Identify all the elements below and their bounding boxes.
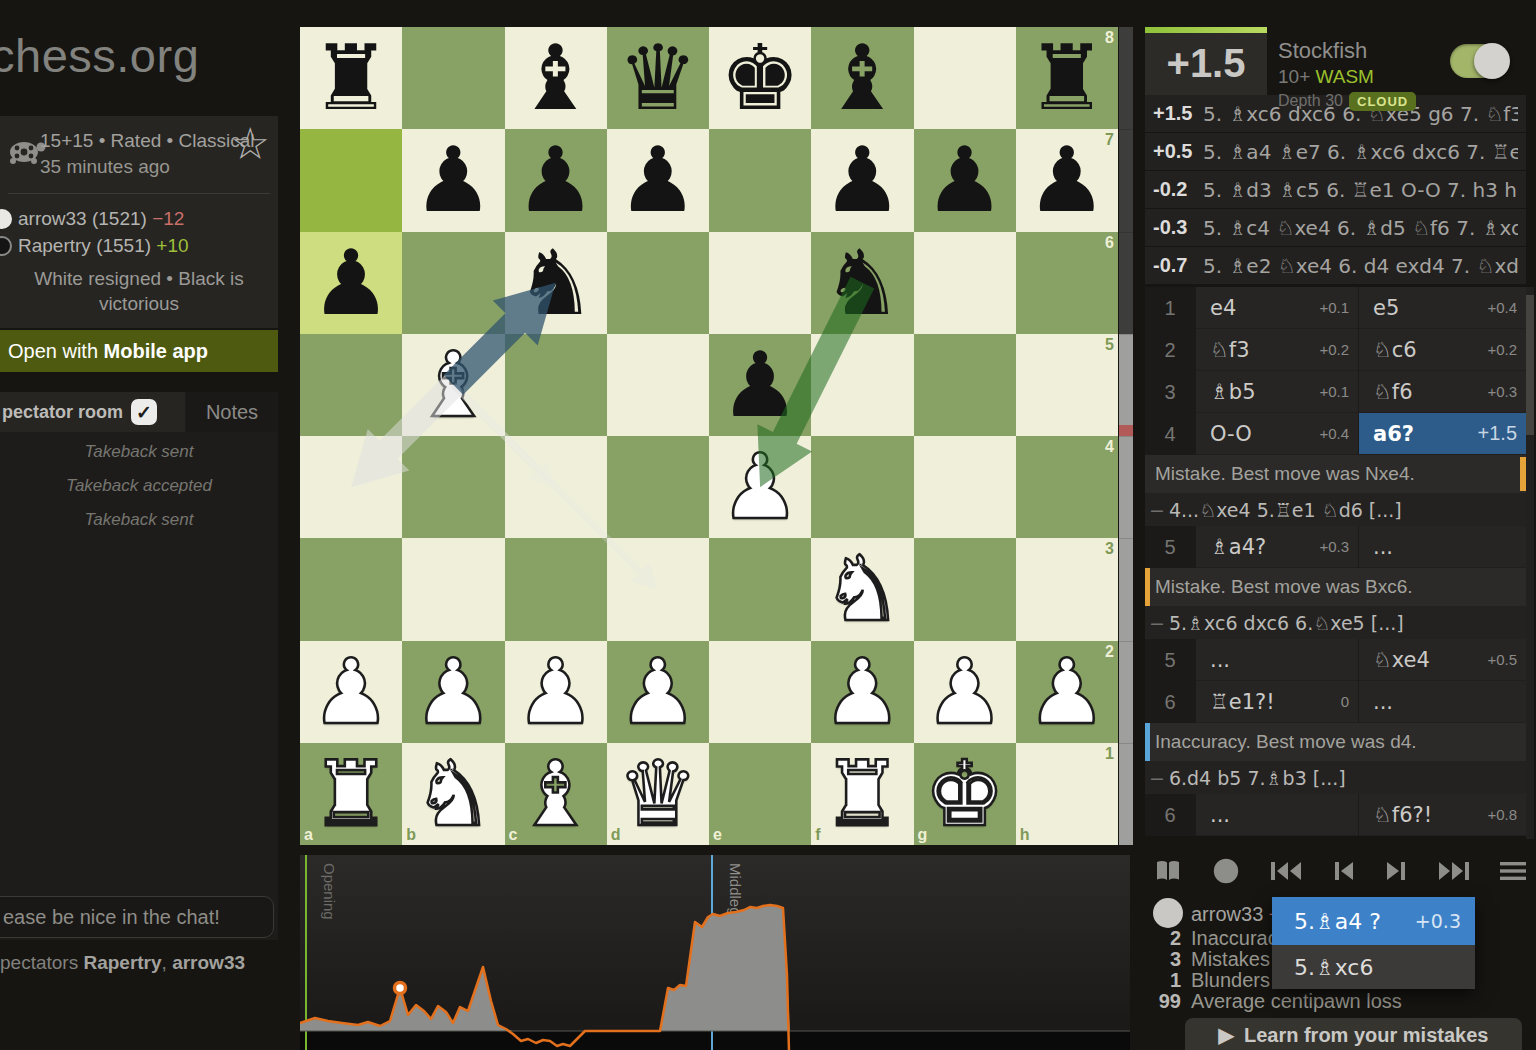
rank-label-8: 8: [1105, 29, 1114, 47]
square-c2[interactable]: ♟: [505, 641, 607, 743]
square-g8[interactable]: [914, 27, 1016, 129]
square-h5[interactable]: 5: [1016, 334, 1118, 436]
square-c5[interactable]: [505, 334, 607, 436]
opening-book-icon[interactable]: [1155, 859, 1181, 883]
rank-label-2: 2: [1105, 643, 1114, 661]
file-label-b: b: [406, 826, 416, 844]
black-pawn-d7[interactable]: ♟: [607, 129, 709, 231]
square-e2[interactable]: [709, 641, 811, 743]
spectators-label: pectators: [0, 952, 83, 973]
white-knight-b1[interactable]: ♞: [402, 743, 504, 845]
scrollbar-thumb[interactable]: [1526, 295, 1534, 435]
square-g3[interactable]: [914, 538, 1016, 640]
square-d4[interactable]: [607, 436, 709, 538]
white-pawn-d2[interactable]: ♟: [607, 641, 709, 743]
best-line-preview[interactable]: −5.♗xc6 dxc6 6.♘xe5 [...]: [1145, 606, 1526, 639]
square-g1[interactable]: ♚g: [914, 743, 1016, 845]
pv-lines: +1.55. ♗xc6 dxc6 6. ♘xe5 g6 7. ♘f3 ♗g...…: [1145, 95, 1526, 285]
square-f4[interactable]: [811, 436, 913, 538]
tab-spectator-room-label: pectator room: [2, 402, 123, 423]
site-logo[interactable]: chess.org: [0, 28, 199, 83]
judgment-comment: Mistake. Best move was Bxc6.: [1145, 568, 1526, 606]
black-rook-a8[interactable]: ♜: [300, 27, 402, 129]
chat-toggle-checkbox-icon[interactable]: ✓: [131, 399, 157, 425]
chess-board[interactable]: ♜♝♛♚♝♜8♟♟♟♟♟♟7♟♞♞6♝♟5♟4♞3♟♟♟♟♟♟♟2♜a♞b♝c♛…: [300, 27, 1118, 845]
square-a7[interactable]: [300, 129, 402, 231]
file-label-d: d: [611, 826, 621, 844]
white-pawn-a2[interactable]: ♟: [300, 641, 402, 743]
file-label-f: f: [815, 826, 820, 844]
white-king-g1[interactable]: ♚: [914, 743, 1016, 845]
move-cell[interactable]: O-O+0.4: [1196, 413, 1358, 455]
square-a6[interactable]: ♟: [300, 232, 402, 334]
tab-spectator-room[interactable]: pectator room ✓: [0, 392, 185, 432]
white-bishop-b5[interactable]: ♝: [402, 334, 504, 436]
white-player-name: arrow33 (1521): [18, 208, 147, 229]
square-h4[interactable]: 4: [1016, 436, 1118, 538]
white-queen-d1[interactable]: ♛: [607, 743, 709, 845]
move-cell[interactable]: ...: [1196, 794, 1358, 836]
previous-move-icon[interactable]: [1333, 859, 1355, 883]
white-knight-f3[interactable]: ♞: [811, 538, 913, 640]
pv-line[interactable]: -0.75. ♗e2 ♘xe4 6. d4 exd4 7. ♘xd4 ♗c...: [1145, 247, 1526, 285]
square-g7[interactable]: ♟: [914, 129, 1016, 231]
chat-input[interactable]: [0, 896, 274, 938]
move-row: 6♖e1?!0...: [1145, 681, 1526, 723]
move-cell[interactable]: ...: [1359, 681, 1526, 723]
square-c1[interactable]: ♝c: [505, 743, 607, 845]
square-h8[interactable]: ♜8: [1016, 27, 1118, 129]
chat-message: Takeback accepted: [0, 476, 278, 496]
move-cell[interactable]: ...: [1196, 639, 1358, 681]
mobile-btn-prefix: Open with: [8, 340, 104, 362]
square-g4[interactable]: [914, 436, 1016, 538]
square-h2[interactable]: ♟2: [1016, 641, 1118, 743]
move-cell[interactable]: e5+0.4: [1359, 287, 1526, 329]
engine-version-number: 10+: [1278, 66, 1310, 87]
move-cell[interactable]: ♘xe4+0.5: [1359, 639, 1526, 681]
white-rook-a1[interactable]: ♜: [300, 743, 402, 845]
square-d6[interactable]: [607, 232, 709, 334]
move-row: 4O-O+0.4a6?+1.5: [1145, 413, 1526, 455]
game-time-ago: 35 minutes ago: [40, 156, 170, 178]
square-b1[interactable]: ♞b: [402, 743, 504, 845]
black-pawn-e5[interactable]: ♟: [709, 334, 811, 436]
square-b6[interactable]: [402, 232, 504, 334]
square-b2[interactable]: ♟: [402, 641, 504, 743]
black-queen-d8[interactable]: ♛: [607, 27, 709, 129]
square-f8[interactable]: ♝: [811, 27, 913, 129]
chat-message: Takeback sent: [0, 442, 278, 462]
svg-text:Opening: Opening: [321, 863, 338, 920]
square-b7[interactable]: ♟: [402, 129, 504, 231]
game-meta-box: ☆ 15+15 • Rated • Classical 35 minutes a…: [0, 116, 278, 328]
best-line-preview[interactable]: −6.d4 b5 7.♗b3 [...]: [1145, 761, 1526, 794]
black-pawn-g7[interactable]: ♟: [914, 129, 1016, 231]
move-number: 6: [1145, 681, 1195, 723]
square-h1[interactable]: 1h: [1016, 743, 1118, 845]
square-a5[interactable]: [300, 334, 402, 436]
file-label-h: h: [1020, 826, 1030, 844]
white-pawn-h2[interactable]: ♟: [1016, 641, 1118, 743]
advantage-graph[interactable]: OpeningMiddlegame: [300, 855, 1130, 1050]
gauge-tick-line: [1119, 334, 1133, 335]
square-b3[interactable]: [402, 538, 504, 640]
file-label-a: a: [304, 826, 313, 844]
open-mobile-app-button[interactable]: Open with Mobile app: [0, 330, 278, 372]
pv-line[interactable]: -0.35. ♗c4 ♘xe4 6. ♗d5 ♘f6 7. ♗xc6 dx...: [1145, 209, 1526, 247]
mobile-btn-bold: Mobile app: [104, 340, 208, 362]
engine-toggle-knob: [1474, 43, 1510, 79]
black-pawn-f7[interactable]: ♟: [811, 129, 913, 231]
square-f3[interactable]: ♞: [811, 538, 913, 640]
gauge-tick-line: [1119, 743, 1133, 744]
tab-notes[interactable]: Notes: [186, 392, 278, 432]
move-cell[interactable]: ♗a4?+0.3: [1196, 526, 1358, 568]
square-f2[interactable]: ♟: [811, 641, 913, 743]
rank-label-1: 1: [1105, 745, 1114, 763]
analysis-toolbar: [1145, 847, 1536, 895]
eval-gauge: [1119, 27, 1133, 845]
engine-eval-value: +1.5: [1145, 41, 1267, 86]
white-bishop-c1[interactable]: ♝: [505, 743, 607, 845]
white-player-row[interactable]: arrow33 (1521) −12: [0, 208, 278, 230]
best-line-preview[interactable]: −4...♘xe4 5.♖e1 ♘d6 [...]: [1145, 493, 1526, 526]
square-d7[interactable]: ♟: [607, 129, 709, 231]
move-row: 1e4+0.1e5+0.4: [1145, 287, 1526, 329]
practice-target-icon[interactable]: [1212, 857, 1240, 885]
move-cell[interactable]: e4+0.1: [1196, 287, 1358, 329]
gauge-tick-line: [1119, 232, 1133, 233]
white-rating-diff: −12: [152, 208, 184, 229]
judgment-comment: Inaccuracy. Best move was d4.: [1145, 723, 1526, 761]
rank-label-6: 6: [1105, 234, 1114, 252]
square-e6[interactable]: [709, 232, 811, 334]
move-cell[interactable]: ♘f6+0.3: [1359, 371, 1526, 413]
square-f7[interactable]: ♟: [811, 129, 913, 231]
engine-name: Stockfish: [1278, 38, 1367, 64]
engine-toggle[interactable]: [1450, 44, 1508, 78]
acpl-stat-row: 99Average centipawn loss: [1145, 990, 1536, 1013]
black-color-icon: [0, 236, 12, 256]
square-g6[interactable]: [914, 232, 1016, 334]
popup-move-item[interactable]: 5.♗a4 ?+0.3: [1272, 897, 1475, 945]
square-h3[interactable]: 3: [1016, 538, 1118, 640]
black-king-e8[interactable]: ♚: [709, 27, 811, 129]
file-label-e: e: [713, 826, 722, 844]
chat-card: pectator room ✓ Notes Takeback sentTakeb…: [0, 392, 278, 940]
move-number: 3: [1145, 371, 1195, 413]
rank-label-7: 7: [1105, 131, 1114, 149]
square-d3[interactable]: [607, 538, 709, 640]
white-color-icon: [0, 209, 12, 229]
move-cell[interactable]: ♗b5+0.1: [1196, 371, 1358, 413]
square-c7[interactable]: ♟: [505, 129, 607, 231]
square-a4[interactable]: [300, 436, 402, 538]
move-row: 6...♘f6?!+0.8: [1145, 794, 1526, 836]
file-label-g: g: [918, 826, 928, 844]
rank-label-4: 4: [1105, 438, 1114, 456]
square-e5[interactable]: ♟: [709, 334, 811, 436]
square-a3[interactable]: [300, 538, 402, 640]
chat-message: Takeback sent: [0, 510, 278, 530]
move-row: 5...♘xe4+0.5: [1145, 639, 1526, 681]
menu-hamburger-icon[interactable]: [1500, 861, 1526, 881]
eval-gauge-midpoint-tick: [1119, 425, 1133, 436]
learn-btn-label: Learn from your mistakes: [1244, 1024, 1489, 1047]
move-number: 4: [1145, 413, 1195, 455]
white-pawn-g2[interactable]: ♟: [914, 641, 1016, 743]
move-cell[interactable]: ♘f6?!+0.8: [1359, 794, 1526, 836]
square-g5[interactable]: [914, 334, 1016, 436]
move-cell[interactable]: ...: [1359, 526, 1526, 568]
black-knight-c6[interactable]: ♞: [505, 232, 607, 334]
square-d1[interactable]: ♛d: [607, 743, 709, 845]
move-list: 1e4+0.1e5+0.42♘f3+0.2♘c6+0.23♗b5+0.1♘f6+…: [1145, 287, 1526, 836]
black-pawn-h7[interactable]: ♟: [1016, 129, 1118, 231]
black-pawn-b7[interactable]: ♟: [402, 129, 504, 231]
move-cell[interactable]: ♘f3+0.2: [1196, 329, 1358, 371]
square-d2[interactable]: ♟: [607, 641, 709, 743]
square-g2[interactable]: ♟: [914, 641, 1016, 743]
square-d5[interactable]: [607, 334, 709, 436]
black-pawn-a6[interactable]: ♟: [300, 232, 402, 334]
square-b5[interactable]: ♝: [402, 334, 504, 436]
move-choice-popup: 5.♗a4 ?+0.35.♗xc6: [1272, 897, 1475, 989]
rank-label-5: 5: [1105, 336, 1114, 354]
spectators-line: pectators Rapertry, arrow33: [0, 952, 245, 974]
square-h6[interactable]: 6: [1016, 232, 1118, 334]
gauge-tick-line: [1119, 538, 1133, 539]
move-row: 2♘f3+0.2♘c6+0.2: [1145, 329, 1526, 371]
square-c4[interactable]: [505, 436, 607, 538]
black-knight-f6[interactable]: ♞: [811, 232, 913, 334]
move-number: 5: [1145, 526, 1195, 568]
black-rating-diff: +10: [156, 235, 188, 256]
divider: [8, 193, 270, 194]
square-f1[interactable]: ♜f: [811, 743, 913, 845]
rank-label-3: 3: [1105, 540, 1114, 558]
next-move-icon[interactable]: [1385, 859, 1407, 883]
move-cell[interactable]: ♘c6+0.2: [1359, 329, 1526, 371]
jump-to-end-icon[interactable]: [1438, 859, 1470, 883]
game-result-text: White resigned • Black is victorious: [0, 266, 278, 316]
move-number: 6: [1145, 794, 1195, 836]
square-b4[interactable]: [402, 436, 504, 538]
square-c6[interactable]: ♞: [505, 232, 607, 334]
jump-to-start-icon[interactable]: [1270, 859, 1302, 883]
square-h7[interactable]: ♟7: [1016, 129, 1118, 231]
move-cell[interactable]: ♖e1?!0: [1196, 681, 1358, 723]
square-e1[interactable]: e: [709, 743, 811, 845]
move-row: 3♗b5+0.1♘f6+0.3: [1145, 371, 1526, 413]
move-number: 5: [1145, 639, 1195, 681]
popup-move-item[interactable]: 5.♗xc6: [1272, 945, 1475, 989]
pv-line[interactable]: +0.55. ♗a4 ♗e7 6. ♗xc6 dxc6 7. ♖e1 ♗g...: [1145, 133, 1526, 171]
cloud-badge: CLOUD: [1349, 92, 1416, 111]
black-rook-h8[interactable]: ♜: [1016, 27, 1118, 129]
engine-depth: Depth 30: [1278, 92, 1343, 110]
square-e8[interactable]: ♚: [709, 27, 811, 129]
file-label-c: c: [509, 826, 518, 844]
spectator-name[interactable]: arrow33: [172, 952, 245, 973]
pv-line[interactable]: -0.25. ♗d3 ♗c5 6. ♖e1 O-O 7. h3 h6 8. ..…: [1145, 171, 1526, 209]
gauge-tick-line: [1119, 129, 1133, 130]
square-e3[interactable]: [709, 538, 811, 640]
white-rook-f1[interactable]: ♜: [811, 743, 913, 845]
acpl-player-name: arrow33 −: [1191, 903, 1281, 926]
spectator-name[interactable]: Rapertry: [83, 952, 161, 973]
gauge-tick-line: [1119, 436, 1133, 437]
move-list-scrollbar[interactable]: [1526, 287, 1534, 839]
square-c8[interactable]: ♝: [505, 27, 607, 129]
engine-version: 10+ WASM: [1278, 66, 1374, 88]
judgment-comment: Mistake. Best move was Nxe4.: [1145, 455, 1526, 493]
move-number: 2: [1145, 329, 1195, 371]
black-pawn-c7[interactable]: ♟: [505, 129, 607, 231]
engine-progress-bar: [1145, 27, 1267, 33]
acpl-player-label: arrow33: [1191, 903, 1269, 925]
square-f6[interactable]: ♞: [811, 232, 913, 334]
square-e4[interactable]: ♟: [709, 436, 811, 538]
move-cell[interactable]: a6?+1.5: [1359, 413, 1526, 455]
white-pawn-c2[interactable]: ♟: [505, 641, 607, 743]
engine-tech-label: WASM: [1316, 66, 1374, 87]
square-e7[interactable]: [709, 129, 811, 231]
black-player-row[interactable]: Rapertry (1551) +10: [0, 235, 278, 257]
learn-from-mistakes-button[interactable]: ▶ Learn from your mistakes: [1185, 1018, 1522, 1050]
move-row: 5♗a4?+0.3...: [1145, 526, 1526, 568]
eval-gauge-black-part: [1119, 27, 1133, 334]
square-a8[interactable]: ♜: [300, 27, 402, 129]
square-d8[interactable]: ♛: [607, 27, 709, 129]
black-player-name: Rapertry (1551): [18, 235, 151, 256]
square-c3[interactable]: [505, 538, 607, 640]
square-f5[interactable]: [811, 334, 913, 436]
play-icon: ▶: [1219, 1023, 1234, 1047]
white-pawn-e4[interactable]: ♟: [709, 436, 811, 538]
move-number: 1: [1145, 287, 1195, 329]
black-bishop-f8[interactable]: ♝: [811, 27, 913, 129]
square-a1[interactable]: ♜a: [300, 743, 402, 845]
white-pawn-f2[interactable]: ♟: [811, 641, 913, 743]
gauge-tick-line: [1119, 641, 1133, 642]
white-pawn-b2[interactable]: ♟: [402, 641, 504, 743]
square-b8[interactable]: [402, 27, 504, 129]
black-bishop-c8[interactable]: ♝: [505, 27, 607, 129]
player-avatar: [1153, 898, 1183, 928]
star-favorite-icon[interactable]: ☆: [231, 118, 270, 169]
square-a2[interactable]: ♟: [300, 641, 402, 743]
